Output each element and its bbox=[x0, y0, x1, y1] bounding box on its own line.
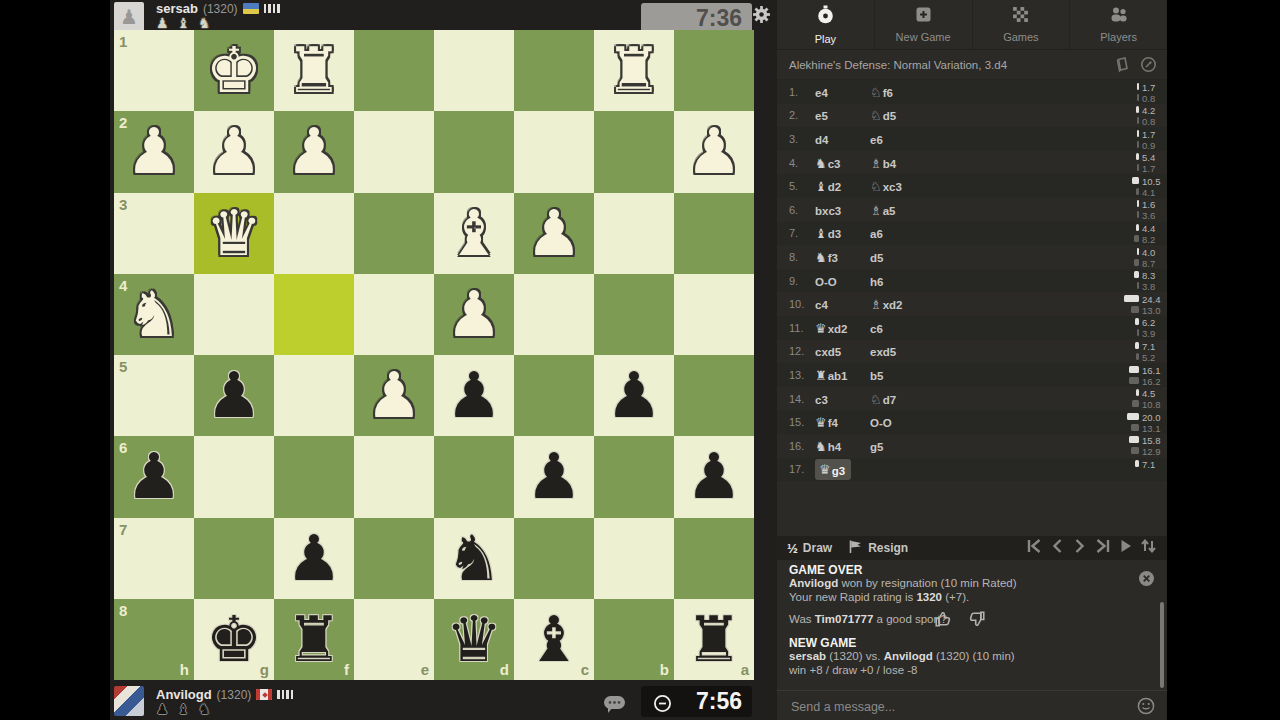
square-c1[interactable] bbox=[514, 30, 594, 111]
opening-name[interactable]: Alekhine's Defense: Normal Variation, 3.… bbox=[789, 59, 1007, 71]
move-number: 3. bbox=[789, 133, 815, 145]
move-times: 1.70.8 bbox=[1043, 80, 1163, 104]
square-g4[interactable] bbox=[194, 274, 274, 355]
move-row-1[interactable]: 1.e4♘f61.70.8 bbox=[777, 80, 1167, 104]
square-f3[interactable] bbox=[274, 193, 354, 274]
white-pawn[interactable]: ♟ bbox=[126, 120, 182, 183]
file-label: d bbox=[500, 661, 509, 678]
move-row-5[interactable]: 5.♝d2♘xc310.54.1 bbox=[777, 174, 1167, 198]
move-times: 20.013.1 bbox=[1043, 410, 1163, 434]
rank-label: 6 bbox=[119, 439, 127, 456]
draw-button[interactable]: ½ Draw bbox=[787, 541, 832, 556]
thumbs-down-icon[interactable] bbox=[967, 610, 986, 632]
black-rook[interactable]: ♜ bbox=[286, 608, 342, 671]
move-piece-icon: ♗ bbox=[870, 203, 882, 218]
black-pawn[interactable]: ♟ bbox=[606, 364, 662, 427]
tab-label: Players bbox=[1100, 31, 1137, 43]
white-rook[interactable]: ♜ bbox=[606, 39, 662, 102]
square-g7[interactable] bbox=[194, 518, 274, 599]
file-label: c bbox=[581, 661, 589, 678]
file-label: h bbox=[180, 661, 189, 678]
thumbs-up-icon[interactable] bbox=[934, 610, 953, 632]
chat-panel: GAME OVER Anvilogd won by resignation (1… bbox=[777, 560, 1167, 690]
result-text: Anvilogd won by resignation (10 min Rate… bbox=[789, 577, 1017, 589]
black-knight[interactable]: ♞ bbox=[446, 527, 502, 590]
ukraine-flag-icon bbox=[243, 3, 259, 14]
square-b2[interactable] bbox=[594, 111, 674, 192]
move-times: 1.63.6 bbox=[1043, 198, 1163, 222]
square-a7[interactable] bbox=[674, 518, 754, 599]
tab-label: Games bbox=[1003, 31, 1038, 43]
move-row-16[interactable]: 16.♞h4g515.812.9 bbox=[777, 434, 1167, 458]
chess-board[interactable]: 1♚♜♜2♟♟♟♟3♛♝♟4♞♟5♟♟♟♟6♟♟♟7♟♞8hg♚f♜ed♛c♝b… bbox=[114, 30, 754, 680]
move-san: c6 bbox=[870, 323, 883, 335]
square-c4[interactable] bbox=[514, 274, 594, 355]
square-a3[interactable] bbox=[674, 193, 754, 274]
move-san: exd5 bbox=[870, 346, 896, 358]
rating-odds-text: win +8 / draw +0 / lose -8 bbox=[789, 664, 917, 676]
square-g6[interactable] bbox=[194, 436, 274, 517]
move-number: 13. bbox=[789, 369, 815, 381]
player-rating: (1320) bbox=[203, 2, 238, 16]
message-input-row bbox=[777, 690, 1167, 720]
captured-pieces-tray: ♟ ♝ ♞ bbox=[156, 701, 213, 717]
black-bishop[interactable]: ♝ bbox=[526, 608, 582, 671]
top-player-bar: ♟ sersab (1320) ♟ ♝ ♞ 7:36 bbox=[114, 0, 774, 30]
square-c7[interactable] bbox=[514, 518, 594, 599]
file-label: g bbox=[260, 661, 269, 678]
move-san: c4 bbox=[815, 299, 828, 311]
move-piece-icon: ♛ bbox=[815, 415, 827, 430]
tab-play[interactable]: Play bbox=[777, 0, 874, 49]
square-d1[interactable] bbox=[434, 30, 514, 111]
move-row-14[interactable]: 14.c3♘d74.510.8 bbox=[777, 387, 1167, 411]
white-queen[interactable]: ♛ bbox=[206, 202, 262, 265]
move-san: d7 bbox=[883, 394, 896, 406]
square-f6[interactable] bbox=[274, 436, 354, 517]
move-san: f3 bbox=[828, 252, 838, 264]
white-knight[interactable]: ♞ bbox=[126, 283, 182, 346]
move-san: O-O bbox=[870, 417, 892, 429]
move-times: 10.54.1 bbox=[1043, 174, 1163, 198]
move-number: 7. bbox=[789, 227, 815, 239]
move-number: 17. bbox=[789, 463, 815, 475]
move-number: 2. bbox=[789, 109, 815, 121]
move-san: f6 bbox=[883, 87, 893, 99]
move-san: ab1 bbox=[828, 370, 848, 382]
move-piece-icon: ♝ bbox=[815, 226, 827, 241]
current-move-chip[interactable]: ♛g3 bbox=[815, 459, 851, 480]
app-window: ♟ sersab (1320) ♟ ♝ ♞ 7:36 1♚♜♜2♟♟♟♟3♛♝♟… bbox=[0, 0, 1280, 720]
move-row-10[interactable]: 10.c4♗xd224.413.0 bbox=[777, 292, 1167, 316]
tab-games[interactable]: Games bbox=[972, 0, 1070, 49]
move-times: 4.48.2 bbox=[1043, 222, 1163, 246]
tab-players[interactable]: Players bbox=[1069, 0, 1167, 49]
pairing-text: sersab (1320) vs. Anvilogd (1320) (10 mi… bbox=[789, 650, 1015, 662]
move-row-8[interactable]: 8.♞f3d54.08.7 bbox=[777, 245, 1167, 269]
square-b5[interactable]: ♟ bbox=[594, 355, 674, 436]
move-san: b4 bbox=[883, 158, 896, 170]
no-increment-icon bbox=[653, 692, 672, 719]
rating-text: Your new Rapid rating is 1320 (+7). bbox=[789, 591, 969, 603]
move-piece-icon: ♘ bbox=[870, 392, 882, 407]
move-times: 24.413.0 bbox=[1043, 292, 1163, 316]
panel-tabs: Play New Game bbox=[777, 0, 1167, 50]
square-g8[interactable]: g♚ bbox=[194, 599, 274, 680]
move-san: f4 bbox=[828, 417, 838, 429]
new-game-title: NEW GAME bbox=[789, 636, 856, 650]
square-d6[interactable] bbox=[434, 436, 514, 517]
square-b7[interactable] bbox=[594, 518, 674, 599]
square-d5[interactable]: ♟ bbox=[434, 355, 514, 436]
white-pawn[interactable]: ♟ bbox=[446, 283, 502, 346]
move-row-4[interactable]: 4.♞c3♗b45.41.7 bbox=[777, 151, 1167, 175]
white-king[interactable]: ♚ bbox=[206, 39, 262, 102]
game-toolbar: ½ Draw Resign bbox=[777, 536, 1167, 560]
file-label: f bbox=[344, 661, 349, 678]
move-san: xd2 bbox=[828, 323, 848, 335]
move-number: 15. bbox=[789, 416, 815, 428]
move-san: e4 bbox=[815, 87, 828, 99]
move-san: c3 bbox=[828, 158, 841, 170]
move-piece-icon: ♞ bbox=[815, 156, 827, 171]
tab-new-game[interactable]: New Game bbox=[874, 0, 972, 49]
move-number: 12. bbox=[789, 345, 815, 357]
square-c3[interactable]: ♟ bbox=[514, 193, 594, 274]
square-h5[interactable]: 5 bbox=[114, 355, 194, 436]
white-pawn[interactable]: ♟ bbox=[526, 202, 582, 265]
move-times: 7.15.2 bbox=[1043, 340, 1163, 364]
move-number: 9. bbox=[789, 275, 815, 287]
move-san: cxd5 bbox=[815, 346, 841, 358]
move-row-12[interactable]: 12.cxd5exd57.15.2 bbox=[777, 340, 1167, 364]
white-pawn[interactable]: ♟ bbox=[286, 120, 342, 183]
move-piece-icon: ♗ bbox=[870, 156, 882, 171]
settings-gear-icon[interactable] bbox=[752, 5, 771, 28]
file-label: e bbox=[421, 661, 429, 678]
emoji-smiley-icon[interactable] bbox=[1137, 697, 1155, 719]
forward-icon[interactable] bbox=[1072, 538, 1087, 558]
move-row-13[interactable]: 13.♜ab1b516.116.2 bbox=[777, 363, 1167, 387]
move-san: a6 bbox=[870, 228, 883, 240]
move-times: 4.20.8 bbox=[1043, 104, 1163, 128]
square-h6[interactable]: 6♟ bbox=[114, 436, 194, 517]
square-g5[interactable]: ♟ bbox=[194, 355, 274, 436]
connection-signal-icon bbox=[277, 690, 293, 699]
square-g3[interactable]: ♛ bbox=[194, 193, 274, 274]
player-clock: 7:56 bbox=[641, 686, 752, 717]
move-times: 5.41.7 bbox=[1043, 151, 1163, 175]
player-name[interactable]: Anvilogd bbox=[156, 687, 212, 702]
side-panel: Play New Game bbox=[777, 0, 1167, 720]
move-times: 6.23.9 bbox=[1043, 316, 1163, 340]
move-row-6[interactable]: 6.bxc3♗a51.63.6 bbox=[777, 198, 1167, 222]
move-san: g3 bbox=[832, 464, 845, 476]
move-piece-icon: ♛ bbox=[815, 321, 827, 336]
move-san: h6 bbox=[870, 276, 883, 288]
flip-board-icon[interactable] bbox=[1140, 538, 1157, 558]
black-pawn[interactable]: ♟ bbox=[526, 445, 582, 508]
square-b3[interactable] bbox=[594, 193, 674, 274]
square-a8[interactable]: a♜ bbox=[674, 599, 754, 680]
move-san: xc3 bbox=[883, 181, 902, 193]
move-row-7[interactable]: 7.♝d3a64.48.2 bbox=[777, 222, 1167, 246]
new-game-icon bbox=[915, 6, 932, 27]
explorer-icon[interactable] bbox=[1140, 56, 1157, 77]
move-times: 1.70.9 bbox=[1043, 127, 1163, 151]
file-label: a bbox=[741, 661, 749, 678]
move-number: 11. bbox=[789, 322, 815, 334]
move-number: 1. bbox=[789, 86, 815, 98]
chat-mute-icon[interactable] bbox=[1138, 570, 1155, 591]
white-pawn[interactable]: ♟ bbox=[686, 120, 742, 183]
black-pawn[interactable]: ♟ bbox=[126, 445, 182, 508]
move-number: 10. bbox=[789, 298, 815, 310]
black-rook[interactable]: ♜ bbox=[686, 608, 742, 671]
move-number: 8. bbox=[789, 251, 815, 263]
player-name[interactable]: sersab bbox=[156, 1, 198, 16]
white-pawn[interactable]: ♟ bbox=[206, 120, 262, 183]
square-a2[interactable]: ♟ bbox=[674, 111, 754, 192]
square-e4[interactable] bbox=[354, 274, 434, 355]
game-over-title: GAME OVER bbox=[789, 563, 862, 577]
white-bishop[interactable]: ♝ bbox=[446, 202, 502, 265]
square-e3[interactable] bbox=[354, 193, 434, 274]
square-c8[interactable]: c♝ bbox=[514, 599, 594, 680]
move-times: 15.812.9 bbox=[1043, 434, 1163, 458]
move-number: 16. bbox=[789, 440, 815, 452]
square-e5[interactable]: ♟ bbox=[354, 355, 434, 436]
black-pawn[interactable]: ♟ bbox=[286, 527, 342, 590]
tab-label: Play bbox=[815, 33, 836, 45]
square-f1[interactable]: ♜ bbox=[274, 30, 354, 111]
move-san: d5 bbox=[883, 110, 896, 122]
move-san: e6 bbox=[870, 134, 883, 146]
move-san: d5 bbox=[870, 252, 883, 264]
move-row-11[interactable]: 11.♛xd2c66.23.9 bbox=[777, 316, 1167, 340]
square-b6[interactable] bbox=[594, 436, 674, 517]
square-d3[interactable]: ♝ bbox=[434, 193, 514, 274]
move-san: d4 bbox=[815, 134, 828, 146]
square-h1[interactable]: 1 bbox=[114, 30, 194, 111]
back-icon[interactable] bbox=[1050, 538, 1065, 558]
autoplay-icon[interactable] bbox=[1118, 538, 1133, 558]
square-h3[interactable]: 3 bbox=[114, 193, 194, 274]
move-times: 8.33.8 bbox=[1043, 269, 1163, 293]
resign-button[interactable]: Resign bbox=[848, 539, 908, 558]
square-h4[interactable]: 4♞ bbox=[114, 274, 194, 355]
captured-pieces-tray: ♟ ♝ ♞ bbox=[156, 15, 213, 31]
move-piece-icon: ♛ bbox=[819, 462, 831, 477]
square-a4[interactable] bbox=[674, 274, 754, 355]
message-input[interactable] bbox=[789, 695, 1123, 719]
rank-label: 3 bbox=[119, 196, 127, 213]
move-row-15[interactable]: 15.♛f4O-O20.013.1 bbox=[777, 410, 1167, 434]
canada-flag-icon bbox=[256, 689, 272, 700]
square-b4[interactable] bbox=[594, 274, 674, 355]
bottom-player-bar: Anvilogd (1320) ♟ ♝ ♞ 7:56 bbox=[114, 686, 774, 716]
book-icon[interactable] bbox=[1114, 56, 1131, 77]
move-san: xd2 bbox=[883, 299, 903, 311]
square-g2[interactable]: ♟ bbox=[194, 111, 274, 192]
move-number: 4. bbox=[789, 157, 815, 169]
move-piece-icon: ♘ bbox=[870, 108, 882, 123]
rank-label: 1 bbox=[119, 33, 127, 50]
move-san: d3 bbox=[828, 228, 841, 240]
square-f8[interactable]: f♜ bbox=[274, 599, 354, 680]
square-a1[interactable] bbox=[674, 30, 754, 111]
move-san: O-O bbox=[815, 276, 837, 288]
square-h8[interactable]: 8h bbox=[114, 599, 194, 680]
move-number: 5. bbox=[789, 180, 815, 192]
move-san: e5 bbox=[815, 110, 828, 122]
square-d2[interactable] bbox=[434, 111, 514, 192]
black-pawn[interactable]: ♟ bbox=[206, 364, 262, 427]
black-king[interactable]: ♚ bbox=[206, 608, 262, 671]
move-san: h4 bbox=[828, 441, 841, 453]
rank-label: 8 bbox=[119, 602, 127, 619]
square-b1[interactable]: ♜ bbox=[594, 30, 674, 111]
square-e6[interactable] bbox=[354, 436, 434, 517]
move-times: 16.116.2 bbox=[1043, 363, 1163, 387]
square-c6[interactable]: ♟ bbox=[514, 436, 594, 517]
square-f5[interactable] bbox=[274, 355, 354, 436]
move-san: a5 bbox=[883, 205, 896, 217]
move-piece-icon: ♘ bbox=[870, 179, 882, 194]
move-piece-icon: ♝ bbox=[815, 179, 827, 194]
move-list: 1.e4♘f61.70.82.e5♘d54.20.83.d4e61.70.94.… bbox=[777, 80, 1167, 536]
square-e1[interactable] bbox=[354, 30, 434, 111]
move-row-17[interactable]: 17.♛g37.1 bbox=[777, 458, 1167, 482]
move-times: 4.510.8 bbox=[1043, 387, 1163, 411]
avatar[interactable]: ♟ bbox=[114, 2, 144, 32]
move-number: 14. bbox=[789, 393, 815, 405]
stopwatch-icon bbox=[816, 5, 835, 29]
rank-label: 7 bbox=[119, 521, 127, 538]
square-f4[interactable] bbox=[274, 274, 354, 355]
move-piece-icon: ♗ bbox=[870, 297, 882, 312]
move-times: 7.1 bbox=[1043, 458, 1163, 482]
move-piece-icon: ♞ bbox=[815, 439, 827, 454]
rank-label: 2 bbox=[119, 114, 127, 131]
square-c5[interactable] bbox=[514, 355, 594, 436]
square-a6[interactable]: ♟ bbox=[674, 436, 754, 517]
square-g1[interactable]: ♚ bbox=[194, 30, 274, 111]
move-row-3[interactable]: 3.d4e61.70.9 bbox=[777, 127, 1167, 151]
players-icon bbox=[1110, 6, 1128, 27]
white-pawn[interactable]: ♟ bbox=[366, 364, 422, 427]
avatar[interactable] bbox=[114, 686, 144, 716]
move-row-9[interactable]: 9.O-Oh68.33.8 bbox=[777, 269, 1167, 293]
square-f2[interactable]: ♟ bbox=[274, 111, 354, 192]
skip-start-icon[interactable] bbox=[1026, 538, 1043, 558]
move-piece-icon: ♜ bbox=[815, 368, 827, 383]
square-b8[interactable]: b bbox=[594, 599, 674, 680]
move-piece-icon: ♞ bbox=[815, 250, 827, 265]
opening-name-bar: Alekhine's Defense: Normal Variation, 3.… bbox=[777, 50, 1167, 80]
move-san: d2 bbox=[828, 181, 841, 193]
resign-flag-icon bbox=[848, 539, 863, 558]
square-d4[interactable]: ♟ bbox=[434, 274, 514, 355]
move-piece-icon: ♘ bbox=[870, 85, 882, 100]
square-d8[interactable]: d♛ bbox=[434, 599, 514, 680]
skip-end-icon[interactable] bbox=[1094, 538, 1111, 558]
chat-scrollbar[interactable] bbox=[1160, 602, 1164, 688]
chat-bubble-icon[interactable] bbox=[603, 695, 626, 718]
black-pawn[interactable]: ♟ bbox=[446, 364, 502, 427]
player-rating: (1320) bbox=[217, 688, 252, 702]
square-h2[interactable]: 2♟ bbox=[114, 111, 194, 192]
white-rook[interactable]: ♜ bbox=[286, 39, 342, 102]
move-row-2[interactable]: 2.e5♘d54.20.8 bbox=[777, 104, 1167, 128]
connection-signal-icon bbox=[264, 4, 280, 13]
move-san: c3 bbox=[815, 394, 828, 406]
square-h7[interactable]: 7 bbox=[114, 518, 194, 599]
square-e2[interactable] bbox=[354, 111, 434, 192]
move-times: 4.08.7 bbox=[1043, 245, 1163, 269]
move-san: b5 bbox=[870, 370, 883, 382]
square-f7[interactable]: ♟ bbox=[274, 518, 354, 599]
rank-label: 4 bbox=[119, 277, 127, 294]
square-c2[interactable] bbox=[514, 111, 594, 192]
rank-label: 5 bbox=[119, 358, 127, 375]
square-e7[interactable] bbox=[354, 518, 434, 599]
black-pawn[interactable]: ♟ bbox=[686, 445, 742, 508]
square-d7[interactable]: ♞ bbox=[434, 518, 514, 599]
tab-label: New Game bbox=[896, 31, 951, 43]
file-label: b bbox=[660, 661, 669, 678]
games-board-icon bbox=[1012, 6, 1029, 27]
square-e8[interactable]: e bbox=[354, 599, 434, 680]
square-a5[interactable] bbox=[674, 355, 754, 436]
move-san: bxc3 bbox=[815, 205, 841, 217]
move-san: g5 bbox=[870, 441, 883, 453]
good-sport-question: Was Tim071777 a good sport? bbox=[789, 613, 947, 625]
move-number: 6. bbox=[789, 204, 815, 216]
black-queen[interactable]: ♛ bbox=[446, 608, 502, 671]
